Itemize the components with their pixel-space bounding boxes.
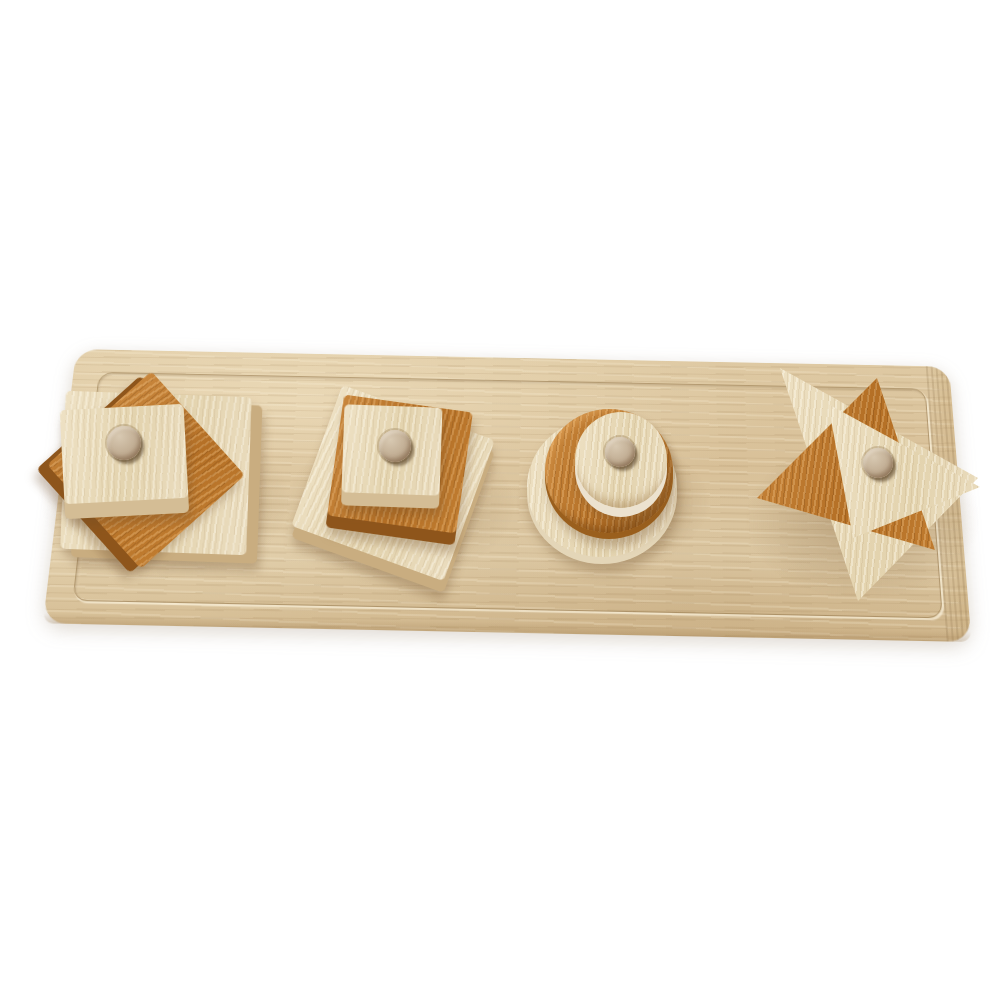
station3-peg — [605, 437, 635, 467]
photo-stage: Wooden shape-stacking peg puzzle: a natu… — [0, 0, 1000, 1000]
station4-peg — [863, 448, 893, 478]
station1-peg — [107, 426, 141, 460]
station2-peg — [379, 430, 411, 462]
